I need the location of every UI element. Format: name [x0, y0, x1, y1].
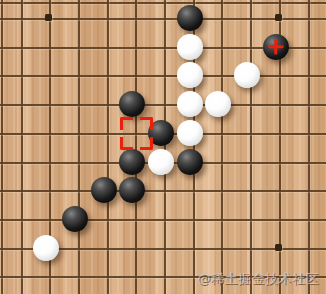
- grid-line-vertical: [164, 0, 166, 294]
- gomoku-board[interactable]: [0, 0, 326, 294]
- star-point: [275, 14, 282, 21]
- grid-line-vertical: [250, 0, 252, 294]
- star-point: [45, 14, 52, 21]
- grid-line-vertical: [308, 0, 310, 294]
- black-stone: [119, 177, 145, 203]
- white-stone: [234, 62, 260, 88]
- grid-line-horizontal: [0, 104, 326, 106]
- bracket-corner-bl: [120, 137, 133, 150]
- white-stone: [177, 120, 203, 146]
- star-point: [275, 244, 282, 251]
- grid-line-vertical: [21, 0, 23, 294]
- black-stone: [119, 91, 145, 117]
- bracket-corner-br: [140, 137, 153, 150]
- black-stone: [177, 149, 203, 175]
- last-move-cross-marker: [274, 39, 278, 54]
- white-stone: [177, 34, 203, 60]
- grid-line-horizontal: [0, 219, 326, 221]
- gomoku-screenshot-root: @稀土掘金技术社区: [0, 0, 326, 294]
- grid-line-horizontal: [0, 276, 326, 278]
- bracket-corner-tl: [120, 117, 133, 130]
- black-stone: [263, 34, 289, 60]
- bracket-corner-tr: [140, 117, 153, 130]
- board-edge-line-left: [1, 0, 3, 294]
- white-stone: [148, 149, 174, 175]
- white-stone: [177, 91, 203, 117]
- white-stone: [177, 62, 203, 88]
- grid-line-vertical: [221, 0, 223, 294]
- black-stone: [119, 149, 145, 175]
- grid-line-horizontal: [0, 75, 326, 77]
- white-stone: [33, 235, 59, 261]
- grid-line-vertical: [78, 0, 80, 294]
- target-bracket-marker: [120, 117, 153, 150]
- white-stone: [205, 91, 231, 117]
- black-stone: [62, 206, 88, 232]
- grid-line-vertical: [107, 0, 109, 294]
- grid-line-horizontal: [0, 190, 326, 192]
- black-stone: [91, 177, 117, 203]
- black-stone: [177, 5, 203, 31]
